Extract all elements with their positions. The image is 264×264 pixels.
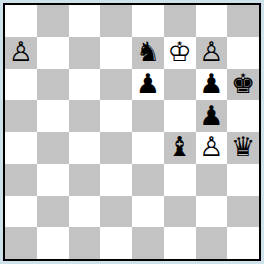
square-e6[interactable]: ♟ xyxy=(132,69,164,101)
square-e1[interactable] xyxy=(132,227,164,259)
square-f3[interactable] xyxy=(164,164,196,196)
square-b7[interactable] xyxy=(37,37,69,69)
square-f5[interactable] xyxy=(164,100,196,132)
piece-black-pawn: ♟ xyxy=(199,70,223,97)
square-d6[interactable] xyxy=(100,69,132,101)
square-b2[interactable] xyxy=(37,196,69,228)
square-e5[interactable] xyxy=(132,100,164,132)
square-c2[interactable] xyxy=(69,196,101,228)
square-a1[interactable] xyxy=(5,227,37,259)
square-d4[interactable] xyxy=(100,132,132,164)
square-e2[interactable] xyxy=(132,196,164,228)
square-a7[interactable]: ♙ xyxy=(5,37,37,69)
square-d8[interactable] xyxy=(100,5,132,37)
square-d1[interactable] xyxy=(100,227,132,259)
chess-board: ♙♞♔♙♟♟♚♟♝♙♛ xyxy=(5,5,259,259)
square-h8[interactable] xyxy=(227,5,259,37)
square-c8[interactable] xyxy=(69,5,101,37)
square-g7[interactable]: ♙ xyxy=(196,37,228,69)
square-h2[interactable] xyxy=(227,196,259,228)
square-f7[interactable]: ♔ xyxy=(164,37,196,69)
square-e7[interactable]: ♞ xyxy=(132,37,164,69)
piece-black-pawn: ♟ xyxy=(199,102,223,129)
board-outer-border: ♙♞♔♙♟♟♚♟♝♙♛ xyxy=(0,0,264,264)
square-g8[interactable] xyxy=(196,5,228,37)
square-f6[interactable] xyxy=(164,69,196,101)
square-e8[interactable] xyxy=(132,5,164,37)
piece-black-bishop: ♝ xyxy=(168,133,192,160)
piece-black-pawn: ♟ xyxy=(136,70,160,97)
square-g5[interactable]: ♟ xyxy=(196,100,228,132)
square-g3[interactable] xyxy=(196,164,228,196)
square-h1[interactable] xyxy=(227,227,259,259)
square-d5[interactable] xyxy=(100,100,132,132)
square-h3[interactable] xyxy=(227,164,259,196)
piece-black-king: ♚ xyxy=(231,70,255,97)
square-b1[interactable] xyxy=(37,227,69,259)
piece-white-pawn: ♙ xyxy=(199,38,223,65)
square-c1[interactable] xyxy=(69,227,101,259)
piece-black-knight: ♞ xyxy=(136,38,160,65)
chess-diagram: ♙♞♔♙♟♟♚♟♝♙♛ xyxy=(0,0,264,264)
square-b6[interactable] xyxy=(37,69,69,101)
board-frame: ♙♞♔♙♟♟♚♟♝♙♛ xyxy=(3,3,261,261)
square-b5[interactable] xyxy=(37,100,69,132)
square-g1[interactable] xyxy=(196,227,228,259)
square-d7[interactable] xyxy=(100,37,132,69)
square-h6[interactable]: ♚ xyxy=(227,69,259,101)
square-f4[interactable]: ♝ xyxy=(164,132,196,164)
square-a3[interactable] xyxy=(5,164,37,196)
square-g6[interactable]: ♟ xyxy=(196,69,228,101)
piece-white-pawn: ♙ xyxy=(199,133,223,160)
square-c5[interactable] xyxy=(69,100,101,132)
square-a8[interactable] xyxy=(5,5,37,37)
square-a2[interactable] xyxy=(5,196,37,228)
square-c6[interactable] xyxy=(69,69,101,101)
square-b3[interactable] xyxy=(37,164,69,196)
square-c4[interactable] xyxy=(69,132,101,164)
square-f1[interactable] xyxy=(164,227,196,259)
square-d2[interactable] xyxy=(100,196,132,228)
square-g4[interactable]: ♙ xyxy=(196,132,228,164)
square-a5[interactable] xyxy=(5,100,37,132)
square-b4[interactable] xyxy=(37,132,69,164)
piece-white-king: ♔ xyxy=(168,38,192,65)
square-d3[interactable] xyxy=(100,164,132,196)
piece-white-pawn: ♙ xyxy=(9,38,33,65)
square-g2[interactable] xyxy=(196,196,228,228)
square-f8[interactable] xyxy=(164,5,196,37)
square-c7[interactable] xyxy=(69,37,101,69)
piece-black-queen: ♛ xyxy=(231,133,255,160)
square-a4[interactable] xyxy=(5,132,37,164)
square-h5[interactable] xyxy=(227,100,259,132)
square-b8[interactable] xyxy=(37,5,69,37)
square-f2[interactable] xyxy=(164,196,196,228)
square-c3[interactable] xyxy=(69,164,101,196)
square-e3[interactable] xyxy=(132,164,164,196)
square-h4[interactable]: ♛ xyxy=(227,132,259,164)
square-a6[interactable] xyxy=(5,69,37,101)
square-e4[interactable] xyxy=(132,132,164,164)
square-h7[interactable] xyxy=(227,37,259,69)
